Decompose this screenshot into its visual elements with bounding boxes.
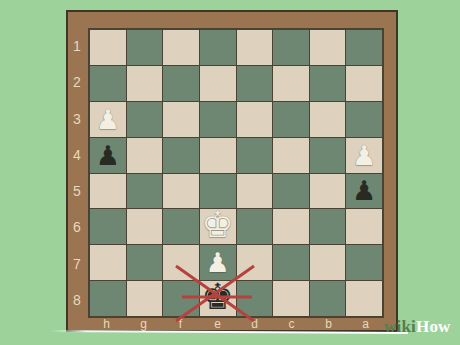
square-b8 bbox=[310, 281, 346, 316]
file-label-e: e bbox=[199, 316, 236, 331]
black-king-e8: ♚ bbox=[202, 279, 234, 315]
file-label-d: d bbox=[236, 316, 273, 331]
square-a4: ♟ bbox=[346, 138, 382, 173]
square-e6: ♚ bbox=[200, 209, 236, 244]
square-c1 bbox=[273, 30, 309, 65]
square-h7 bbox=[90, 245, 126, 280]
square-f5 bbox=[163, 174, 199, 209]
rank-label-1: 1 bbox=[66, 28, 88, 64]
square-f3 bbox=[163, 102, 199, 137]
chess-board-grid: ♟♟♟♟♚♟♚ bbox=[88, 28, 384, 318]
wikihow-chess-illustration: 12345678 hgfedcba ♟♟♟♟♚♟♚ wikiHow bbox=[0, 0, 460, 345]
square-d1 bbox=[237, 30, 273, 65]
square-h4: ♟ bbox=[90, 138, 126, 173]
square-d7 bbox=[237, 245, 273, 280]
square-g2 bbox=[127, 66, 163, 101]
square-h5 bbox=[90, 174, 126, 209]
square-c6 bbox=[273, 209, 309, 244]
file-label-g: g bbox=[125, 316, 162, 331]
square-b4 bbox=[310, 138, 346, 173]
square-d3 bbox=[237, 102, 273, 137]
square-a3 bbox=[346, 102, 382, 137]
rank-label-4: 4 bbox=[66, 137, 88, 173]
square-a6 bbox=[346, 209, 382, 244]
file-label-b: b bbox=[310, 316, 347, 331]
square-c2 bbox=[273, 66, 309, 101]
rank-label-8: 8 bbox=[66, 282, 88, 318]
square-e4 bbox=[200, 138, 236, 173]
rank-label-6: 6 bbox=[66, 209, 88, 245]
square-d2 bbox=[237, 66, 273, 101]
square-d4 bbox=[237, 138, 273, 173]
square-b7 bbox=[310, 245, 346, 280]
square-g3 bbox=[127, 102, 163, 137]
square-h8 bbox=[90, 281, 126, 316]
watermark-wiki-text: wiki bbox=[384, 317, 416, 336]
square-a8 bbox=[346, 281, 382, 316]
square-f6 bbox=[163, 209, 199, 244]
rank-label-2: 2 bbox=[66, 64, 88, 100]
square-g6 bbox=[127, 209, 163, 244]
square-a7 bbox=[346, 245, 382, 280]
square-a2 bbox=[346, 66, 382, 101]
square-g4 bbox=[127, 138, 163, 173]
square-b2 bbox=[310, 66, 346, 101]
square-h2 bbox=[90, 66, 126, 101]
file-label-h: h bbox=[88, 316, 125, 331]
square-e5 bbox=[200, 174, 236, 209]
square-g5 bbox=[127, 174, 163, 209]
square-b3 bbox=[310, 102, 346, 137]
square-d5 bbox=[237, 174, 273, 209]
square-e8: ♚ bbox=[200, 281, 236, 316]
square-f4 bbox=[163, 138, 199, 173]
square-a1 bbox=[346, 30, 382, 65]
square-c8 bbox=[273, 281, 309, 316]
rank-label-5: 5 bbox=[66, 173, 88, 209]
square-e2 bbox=[200, 66, 236, 101]
rank-label-7: 7 bbox=[66, 246, 88, 282]
square-e1 bbox=[200, 30, 236, 65]
watermark-how-text: How bbox=[416, 317, 451, 336]
square-h1 bbox=[90, 30, 126, 65]
square-f8 bbox=[163, 281, 199, 316]
square-b6 bbox=[310, 209, 346, 244]
square-c3 bbox=[273, 102, 309, 137]
square-f2 bbox=[163, 66, 199, 101]
white-pawn-a4: ♟ bbox=[352, 142, 376, 169]
file-labels: hgfedcba bbox=[88, 316, 384, 331]
file-label-c: c bbox=[273, 316, 310, 331]
square-c7 bbox=[273, 245, 309, 280]
square-c4 bbox=[273, 138, 309, 173]
square-g1 bbox=[127, 30, 163, 65]
white-king-e6: ♚ bbox=[202, 207, 234, 243]
square-e7: ♟ bbox=[200, 245, 236, 280]
square-e3 bbox=[200, 102, 236, 137]
wikihow-watermark: wikiHow bbox=[384, 317, 451, 337]
white-pawn-e7: ♟ bbox=[206, 249, 230, 276]
black-pawn-a5: ♟ bbox=[352, 177, 376, 204]
square-f1 bbox=[163, 30, 199, 65]
square-d6 bbox=[237, 209, 273, 244]
rank-labels: 12345678 bbox=[66, 28, 88, 318]
square-g7 bbox=[127, 245, 163, 280]
square-d8 bbox=[237, 281, 273, 316]
square-b1 bbox=[310, 30, 346, 65]
square-h3: ♟ bbox=[90, 102, 126, 137]
square-h6 bbox=[90, 209, 126, 244]
square-c5 bbox=[273, 174, 309, 209]
black-pawn-h4: ♟ bbox=[96, 142, 120, 169]
square-b5 bbox=[310, 174, 346, 209]
white-pawn-h3: ♟ bbox=[96, 106, 120, 133]
square-a5: ♟ bbox=[346, 174, 382, 209]
square-f7 bbox=[163, 245, 199, 280]
file-label-a: a bbox=[347, 316, 384, 331]
square-g8 bbox=[127, 281, 163, 316]
file-label-f: f bbox=[162, 316, 199, 331]
rank-label-3: 3 bbox=[66, 101, 88, 137]
